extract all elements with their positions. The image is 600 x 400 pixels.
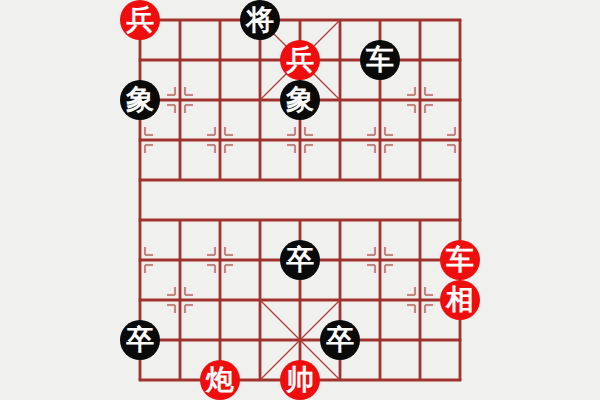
piece-glyph: 帅 [286, 366, 314, 394]
piece-black-general[interactable]: 将 [240, 0, 280, 40]
piece-red-soldier[interactable]: 兵 [280, 40, 320, 80]
piece-red-elephant[interactable]: 相 [440, 280, 480, 320]
piece-glyph: 车 [446, 246, 474, 274]
piece-glyph: 象 [286, 86, 314, 114]
piece-glyph: 兵 [126, 6, 154, 34]
piece-glyph: 卒 [326, 326, 354, 354]
piece-red-king[interactable]: 帅 [280, 360, 320, 400]
xiangqi-board: 兵将兵车象象卒车相卒卒炮帅 [0, 0, 600, 400]
piece-red-chariot[interactable]: 车 [440, 240, 480, 280]
piece-red-soldier[interactable]: 兵 [120, 0, 160, 40]
piece-black-soldier[interactable]: 卒 [280, 240, 320, 280]
piece-glyph: 炮 [206, 366, 234, 394]
piece-glyph: 将 [246, 6, 274, 34]
piece-glyph: 象 [126, 86, 154, 114]
piece-black-soldier[interactable]: 卒 [120, 320, 160, 360]
piece-red-cannon[interactable]: 炮 [200, 360, 240, 400]
piece-black-soldier[interactable]: 卒 [320, 320, 360, 360]
piece-glyph: 卒 [286, 246, 314, 274]
piece-glyph: 兵 [286, 46, 314, 74]
piece-glyph: 相 [446, 286, 474, 314]
piece-black-elephant[interactable]: 象 [280, 80, 320, 120]
piece-glyph: 车 [366, 46, 394, 74]
piece-black-elephant[interactable]: 象 [120, 80, 160, 120]
piece-glyph: 卒 [126, 326, 154, 354]
piece-black-chariot[interactable]: 车 [360, 40, 400, 80]
pieces-layer: 兵将兵车象象卒车相卒卒炮帅 [120, 0, 480, 400]
